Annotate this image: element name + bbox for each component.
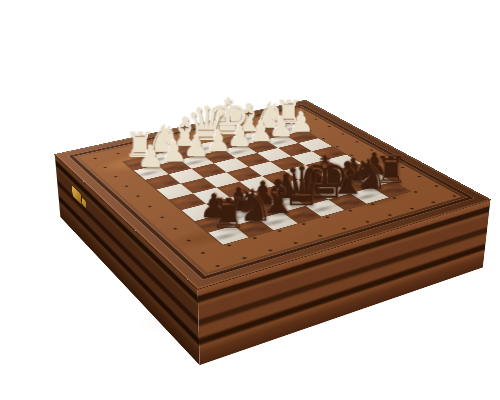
chess-set-product-photo: ♜♞♝♛♚♝♞♜♟♟♟♟♟♟♟♟♟♟♟♟♟♟♟♟♜♞♝♛♚♝♞♜ [0, 0, 500, 400]
white-pawn-piece: ♟ [122, 142, 182, 172]
black-rook-piece: ♜ [195, 194, 263, 235]
chess-box: ♜♞♝♛♚♝♞♜♟♟♟♟♟♟♟♟♟♟♟♟♟♟♟♟♜♞♝♛♚♝♞♜ [55, 100, 491, 289]
brass-clasp [72, 185, 82, 204]
